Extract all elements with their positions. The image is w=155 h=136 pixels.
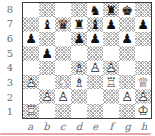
rank-label-7: 7 bbox=[0, 17, 20, 32]
black-r-piece: ♜ bbox=[103, 3, 119, 17]
square-h1[interactable]: ♚♔ bbox=[135, 104, 151, 118]
square-b3[interactable] bbox=[39, 75, 55, 89]
rank-labels: 87654321 bbox=[0, 2, 20, 119]
square-b6[interactable] bbox=[39, 32, 55, 46]
page-scan-line bbox=[0, 133, 151, 135]
white-b-piece: ♝♗ bbox=[71, 75, 87, 89]
square-d7[interactable]: ♜ bbox=[71, 17, 87, 31]
square-h3[interactable]: ♛♕ bbox=[135, 75, 151, 89]
square-a8[interactable] bbox=[23, 3, 39, 17]
square-d8[interactable] bbox=[71, 3, 87, 17]
square-e4[interactable]: ♟♙ bbox=[87, 61, 103, 75]
square-d6[interactable]: ♟ bbox=[71, 32, 87, 46]
square-g3[interactable] bbox=[119, 75, 135, 89]
rank-label-8: 8 bbox=[0, 2, 20, 17]
chess-diagram: 87654321 ♞♜♚♝♛♜♝♟♟♟♟♟♟♟♝♗♟♙♟♙♟♙♞♘♝♗♜♖♛♕♟… bbox=[0, 0, 155, 136]
square-h4[interactable] bbox=[135, 61, 151, 75]
square-c5[interactable] bbox=[55, 46, 71, 60]
square-h5[interactable] bbox=[135, 46, 151, 60]
black-p-piece: ♟ bbox=[103, 17, 119, 31]
black-p-piece: ♟ bbox=[39, 46, 55, 60]
file-label-e: e bbox=[87, 120, 103, 133]
square-e6[interactable]: ♟ bbox=[87, 32, 103, 46]
file-label-a: a bbox=[22, 120, 38, 133]
square-c4[interactable] bbox=[55, 61, 71, 75]
square-a2[interactable] bbox=[23, 89, 39, 103]
square-a5[interactable] bbox=[23, 46, 39, 60]
square-g5[interactable] bbox=[119, 46, 135, 60]
square-c8[interactable] bbox=[55, 3, 71, 17]
square-e1[interactable] bbox=[87, 104, 103, 118]
white-p-piece: ♟♙ bbox=[39, 89, 55, 103]
square-a3[interactable]: ♟♙ bbox=[23, 75, 39, 89]
square-b4[interactable] bbox=[39, 61, 55, 75]
square-c6[interactable] bbox=[55, 32, 71, 46]
black-p-piece: ♟ bbox=[23, 32, 39, 46]
square-f5[interactable] bbox=[103, 46, 119, 60]
white-p-piece: ♟♙ bbox=[55, 89, 71, 103]
rank-label-1: 1 bbox=[0, 104, 20, 119]
square-e7[interactable]: ♝ bbox=[87, 17, 103, 31]
rank-label-6: 6 bbox=[0, 31, 20, 46]
black-p-piece: ♟ bbox=[119, 32, 135, 46]
square-h7[interactable]: ♟ bbox=[135, 17, 151, 31]
square-c7[interactable]: ♛ bbox=[55, 17, 71, 31]
white-p-piece: ♟♙ bbox=[103, 61, 119, 75]
black-r-piece: ♜ bbox=[71, 17, 87, 31]
square-d1[interactable] bbox=[71, 104, 87, 118]
white-p-piece: ♟♙ bbox=[119, 89, 135, 103]
square-c3[interactable]: ♞♘ bbox=[55, 75, 71, 89]
black-p-piece: ♟ bbox=[135, 17, 151, 31]
square-b5[interactable]: ♟ bbox=[39, 46, 55, 60]
square-a1[interactable]: ♜♖ bbox=[23, 104, 39, 118]
square-f8[interactable]: ♜ bbox=[103, 3, 119, 17]
square-a6[interactable]: ♟ bbox=[23, 32, 39, 46]
square-b1[interactable] bbox=[39, 104, 55, 118]
square-d4[interactable]: ♝♗ bbox=[71, 61, 87, 75]
rank-label-2: 2 bbox=[0, 90, 20, 105]
square-h8[interactable] bbox=[135, 3, 151, 17]
white-n-piece: ♞♘ bbox=[55, 75, 71, 89]
white-p-piece: ♟♙ bbox=[135, 89, 151, 103]
square-a7[interactable] bbox=[23, 17, 39, 31]
rank-label-3: 3 bbox=[0, 75, 20, 90]
file-label-g: g bbox=[120, 120, 136, 133]
black-k-piece: ♚ bbox=[119, 3, 135, 17]
white-q-piece: ♛♕ bbox=[135, 75, 151, 89]
black-p-piece: ♟ bbox=[87, 32, 103, 46]
square-f7[interactable]: ♟ bbox=[103, 17, 119, 31]
square-c2[interactable]: ♟♙ bbox=[55, 89, 71, 103]
file-label-c: c bbox=[55, 120, 71, 133]
square-h2[interactable]: ♟♙ bbox=[135, 89, 151, 103]
square-h6[interactable] bbox=[135, 32, 151, 46]
square-e8[interactable]: ♞ bbox=[87, 3, 103, 17]
white-k-piece: ♚♔ bbox=[135, 104, 151, 118]
square-g6[interactable]: ♟ bbox=[119, 32, 135, 46]
square-c1[interactable] bbox=[55, 104, 71, 118]
black-q-piece: ♛ bbox=[55, 17, 71, 31]
white-p-piece: ♟♙ bbox=[87, 61, 103, 75]
square-g2[interactable]: ♟♙ bbox=[119, 89, 135, 103]
square-b2[interactable]: ♟♙ bbox=[39, 89, 55, 103]
white-p-piece: ♟♙ bbox=[23, 75, 39, 89]
square-e3[interactable] bbox=[87, 75, 103, 89]
white-r-piece: ♜♖ bbox=[23, 104, 39, 118]
file-label-b: b bbox=[38, 120, 54, 133]
square-f6[interactable] bbox=[103, 32, 119, 46]
square-f2[interactable] bbox=[103, 89, 119, 103]
square-f4[interactable]: ♟♙ bbox=[103, 61, 119, 75]
file-label-d: d bbox=[71, 120, 87, 133]
rank-label-5: 5 bbox=[0, 46, 20, 61]
file-label-h: h bbox=[136, 120, 152, 133]
square-b7[interactable]: ♝ bbox=[39, 17, 55, 31]
file-labels: abcdefgh bbox=[22, 120, 152, 133]
black-b-piece: ♝ bbox=[87, 17, 103, 31]
square-d5[interactable] bbox=[71, 46, 87, 60]
square-g1[interactable] bbox=[119, 104, 135, 118]
square-d2[interactable] bbox=[71, 89, 87, 103]
square-g7[interactable] bbox=[119, 17, 135, 31]
square-a4[interactable] bbox=[23, 61, 39, 75]
chess-board: ♞♜♚♝♛♜♝♟♟♟♟♟♟♟♝♗♟♙♟♙♟♙♞♘♝♗♜♖♛♕♟♙♟♙♟♙♟♙♜♖… bbox=[22, 2, 152, 119]
square-d3[interactable]: ♝♗ bbox=[71, 75, 87, 89]
square-e5[interactable] bbox=[87, 46, 103, 60]
square-e2[interactable] bbox=[87, 89, 103, 103]
square-g8[interactable]: ♚ bbox=[119, 3, 135, 17]
black-b-piece: ♝ bbox=[39, 17, 55, 31]
square-f1[interactable] bbox=[103, 104, 119, 118]
file-label-f: f bbox=[103, 120, 119, 133]
black-p-piece: ♟ bbox=[71, 32, 87, 46]
rank-label-4: 4 bbox=[0, 61, 20, 76]
black-n-piece: ♞ bbox=[87, 3, 103, 17]
white-r-piece: ♜♖ bbox=[103, 75, 119, 89]
square-b8[interactable] bbox=[39, 3, 55, 17]
square-f3[interactable]: ♜♖ bbox=[103, 75, 119, 89]
white-b-piece: ♝♗ bbox=[71, 61, 87, 75]
square-g4[interactable] bbox=[119, 61, 135, 75]
